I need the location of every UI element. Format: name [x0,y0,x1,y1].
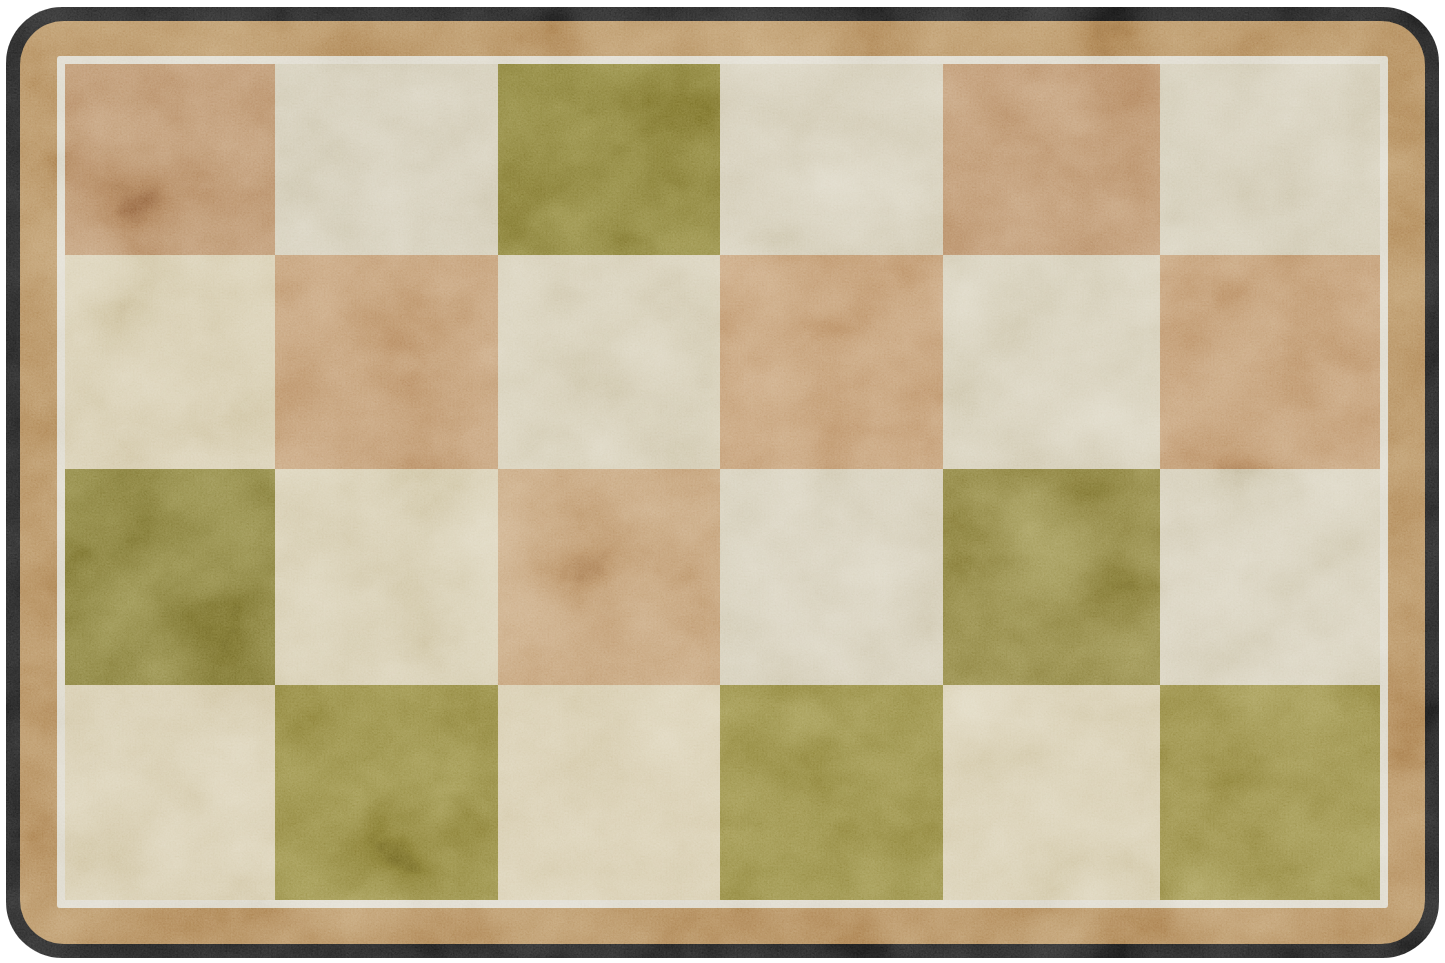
board-cell-r3c5-olive [943,469,1160,684]
board-cell-r3c1-olive [65,469,275,684]
rug-mat [6,7,1439,958]
board-cell-r4c3-beige [498,685,720,900]
rug-tan-border [20,21,1425,944]
board-cell-r2c5-beige [943,255,1160,469]
board-cell-r4c5-beige [943,685,1160,900]
checkerboard-grid [65,64,1380,900]
board-cell-r3c4-beige [720,469,942,684]
board-cell-r3c2-beige [275,469,498,684]
board-cell-r4c2-olive [275,685,498,900]
board-cell-r1c2-beige [275,64,498,255]
board-cell-r4c6-olive [1160,685,1380,900]
board-cell-r3c6-beige [1160,469,1380,684]
board-cell-r1c6-beige [1160,64,1380,255]
board-cell-r2c4-brown [720,255,942,469]
board-cell-r1c1-brown [65,64,275,255]
board-cell-r4c1-beige [65,685,275,900]
board-cell-r1c4-beige [720,64,942,255]
board-cell-r1c3-olive [498,64,720,255]
board-cell-r2c1-beige [65,255,275,469]
rug-inner-frame [57,56,1388,908]
board-cell-r2c2-brown [275,255,498,469]
board-cell-r3c3-brown [498,469,720,684]
page-background: { "game": "checkers-style checkerboard r… [0,0,1445,963]
board-cell-r2c3-beige [498,255,720,469]
board-cell-r1c5-brown [943,64,1160,255]
board-cell-r2c6-brown [1160,255,1380,469]
board-cell-r4c4-olive [720,685,942,900]
